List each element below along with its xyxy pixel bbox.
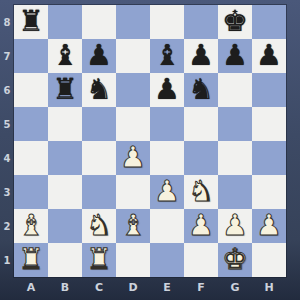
- piece-black-bishop[interactable]: ♝: [48, 39, 82, 73]
- piece-white-pawn[interactable]: ♟: [150, 175, 184, 209]
- square-b1[interactable]: [48, 243, 82, 277]
- square-a2[interactable]: ♝: [14, 209, 48, 243]
- square-d4[interactable]: ♟: [116, 141, 150, 175]
- square-g3[interactable]: [218, 175, 252, 209]
- square-g8[interactable]: ♚: [218, 5, 252, 39]
- square-a7[interactable]: [14, 39, 48, 73]
- square-c7[interactable]: ♟: [82, 39, 116, 73]
- square-h7[interactable]: ♟: [252, 39, 286, 73]
- square-h3[interactable]: [252, 175, 286, 209]
- square-b7[interactable]: ♝: [48, 39, 82, 73]
- square-f1[interactable]: [184, 243, 218, 277]
- square-b8[interactable]: [48, 5, 82, 39]
- square-f8[interactable]: [184, 5, 218, 39]
- square-d1[interactable]: [116, 243, 150, 277]
- square-d6[interactable]: [116, 73, 150, 107]
- square-b6[interactable]: ♜: [48, 73, 82, 107]
- square-e8[interactable]: [150, 5, 184, 39]
- rank-label-4: 4: [0, 141, 14, 175]
- rank-label-8: 8: [0, 5, 14, 39]
- square-c8[interactable]: [82, 5, 116, 39]
- square-c4[interactable]: [82, 141, 116, 175]
- rank-label-3: 3: [0, 175, 14, 209]
- square-b5[interactable]: [48, 107, 82, 141]
- square-e3[interactable]: ♟: [150, 175, 184, 209]
- square-b3[interactable]: [48, 175, 82, 209]
- piece-black-pawn[interactable]: ♟: [184, 39, 218, 73]
- square-e1[interactable]: [150, 243, 184, 277]
- square-h8[interactable]: [252, 5, 286, 39]
- square-a5[interactable]: [14, 107, 48, 141]
- piece-white-pawn[interactable]: ♟: [252, 209, 286, 243]
- chess-board-frame: 87654321 ♜♚♝♟♝♟♟♟♜♞♟♞♟♟♞♝♞♝♟♟♟♜♜♚ ABCDEF…: [0, 0, 300, 300]
- square-h2[interactable]: ♟: [252, 209, 286, 243]
- square-d8[interactable]: [116, 5, 150, 39]
- rank-label-2: 2: [0, 209, 14, 243]
- square-f7[interactable]: ♟: [184, 39, 218, 73]
- file-label-f: F: [184, 281, 218, 294]
- square-d5[interactable]: [116, 107, 150, 141]
- file-labels: ABCDEFGH: [14, 278, 286, 296]
- square-d3[interactable]: [116, 175, 150, 209]
- file-label-b: B: [48, 281, 82, 294]
- piece-black-pawn[interactable]: ♟: [82, 39, 116, 73]
- piece-black-rook[interactable]: ♜: [14, 5, 48, 39]
- piece-black-knight[interactable]: ♞: [184, 73, 218, 107]
- square-g4[interactable]: [218, 141, 252, 175]
- piece-white-pawn[interactable]: ♟: [116, 141, 150, 175]
- piece-black-pawn[interactable]: ♟: [150, 73, 184, 107]
- square-e6[interactable]: ♟: [150, 73, 184, 107]
- piece-white-bishop[interactable]: ♝: [116, 209, 150, 243]
- square-f3[interactable]: ♞: [184, 175, 218, 209]
- piece-white-pawn[interactable]: ♟: [218, 209, 252, 243]
- square-d2[interactable]: ♝: [116, 209, 150, 243]
- square-g2[interactable]: ♟: [218, 209, 252, 243]
- square-f6[interactable]: ♞: [184, 73, 218, 107]
- square-a8[interactable]: ♜: [14, 5, 48, 39]
- rank-label-6: 6: [0, 73, 14, 107]
- piece-black-king[interactable]: ♚: [218, 5, 252, 39]
- square-a1[interactable]: ♜: [14, 243, 48, 277]
- square-d7[interactable]: [116, 39, 150, 73]
- piece-black-knight[interactable]: ♞: [82, 73, 116, 107]
- piece-black-rook[interactable]: ♜: [48, 73, 82, 107]
- square-f4[interactable]: [184, 141, 218, 175]
- piece-white-knight[interactable]: ♞: [184, 175, 218, 209]
- square-c2[interactable]: ♞: [82, 209, 116, 243]
- square-e4[interactable]: [150, 141, 184, 175]
- square-c3[interactable]: [82, 175, 116, 209]
- square-h6[interactable]: [252, 73, 286, 107]
- square-h4[interactable]: [252, 141, 286, 175]
- piece-black-pawn[interactable]: ♟: [252, 39, 286, 73]
- square-c1[interactable]: ♜: [82, 243, 116, 277]
- board: ♜♚♝♟♝♟♟♟♜♞♟♞♟♟♞♝♞♝♟♟♟♜♜♚: [14, 5, 286, 277]
- rank-label-5: 5: [0, 107, 14, 141]
- piece-white-pawn[interactable]: ♟: [184, 209, 218, 243]
- piece-white-rook[interactable]: ♜: [82, 243, 116, 277]
- piece-white-king[interactable]: ♚: [218, 243, 252, 277]
- file-label-h: H: [252, 281, 286, 294]
- square-e2[interactable]: [150, 209, 184, 243]
- square-b2[interactable]: [48, 209, 82, 243]
- piece-white-rook[interactable]: ♜: [14, 243, 48, 277]
- rank-label-1: 1: [0, 243, 14, 277]
- piece-black-bishop[interactable]: ♝: [150, 39, 184, 73]
- square-e7[interactable]: ♝: [150, 39, 184, 73]
- file-label-c: C: [82, 281, 116, 294]
- square-a6[interactable]: [14, 73, 48, 107]
- square-a4[interactable]: [14, 141, 48, 175]
- piece-white-bishop[interactable]: ♝: [14, 209, 48, 243]
- file-label-a: A: [14, 281, 48, 294]
- square-e5[interactable]: [150, 107, 184, 141]
- rank-label-7: 7: [0, 39, 14, 73]
- square-h1[interactable]: [252, 243, 286, 277]
- square-f2[interactable]: ♟: [184, 209, 218, 243]
- square-c5[interactable]: [82, 107, 116, 141]
- piece-white-knight[interactable]: ♞: [82, 209, 116, 243]
- square-g7[interactable]: ♟: [218, 39, 252, 73]
- rank-labels: 87654321: [0, 5, 14, 277]
- square-f5[interactable]: [184, 107, 218, 141]
- file-label-g: G: [218, 281, 252, 294]
- square-c6[interactable]: ♞: [82, 73, 116, 107]
- square-h5[interactable]: [252, 107, 286, 141]
- piece-black-pawn[interactable]: ♟: [218, 39, 252, 73]
- square-g1[interactable]: ♚: [218, 243, 252, 277]
- file-label-d: D: [116, 281, 150, 294]
- square-g6[interactable]: [218, 73, 252, 107]
- file-label-e: E: [150, 281, 184, 294]
- square-a3[interactable]: [14, 175, 48, 209]
- square-g5[interactable]: [218, 107, 252, 141]
- square-b4[interactable]: [48, 141, 82, 175]
